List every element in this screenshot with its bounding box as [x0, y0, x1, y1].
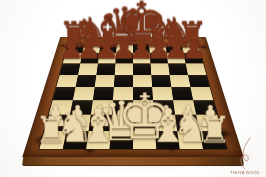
square-g6[interactable] — [168, 63, 188, 74]
board-squares: ♜♞♝♛♚♝♞♜♟♟♟♟♟♟♟♟♟♟♟♟♟♟♟♟♜♞♝♛♚♝♞♜ — [39, 44, 226, 149]
square-e6[interactable] — [133, 63, 151, 74]
square-c5[interactable] — [95, 75, 115, 87]
square-h7[interactable]: ♟ — [184, 53, 204, 63]
board-scene: ♜♞♝♛♚♝♞♜♟♟♟♟♟♟♟♟♟♟♟♟♟♟♟♟♜♞♝♛♚♝♞♜ — [0, 0, 266, 177]
square-f6[interactable] — [151, 63, 170, 74]
chess-board: ♜♞♝♛♚♝♞♜♟♟♟♟♟♟♟♟♟♟♟♟♟♟♟♟♜♞♝♛♚♝♞♜ — [22, 37, 244, 158]
signature-icon — [236, 137, 254, 169]
watermark: THUYA WOOD — [228, 137, 262, 175]
square-g5[interactable] — [170, 75, 191, 87]
brand-label: THUYA WOOD — [230, 170, 260, 175]
piece-light-rook[interactable]: ♜ — [198, 111, 231, 148]
piece-dark-pawn[interactable]: ♟ — [182, 35, 207, 63]
board-front-edge — [22, 157, 244, 166]
square-c6[interactable] — [96, 63, 115, 74]
square-h5[interactable] — [188, 75, 210, 87]
square-b6[interactable] — [78, 63, 98, 74]
square-h6[interactable] — [186, 63, 207, 74]
square-d6[interactable] — [115, 63, 133, 74]
product-photo: ♜♞♝♛♚♝♞♜♟♟♟♟♟♟♟♟♟♟♟♟♟♟♟♟♜♞♝♛♚♝♞♜ THUYA W… — [0, 0, 266, 177]
square-b5[interactable] — [76, 75, 97, 87]
square-h1[interactable]: ♜ — [199, 131, 226, 149]
